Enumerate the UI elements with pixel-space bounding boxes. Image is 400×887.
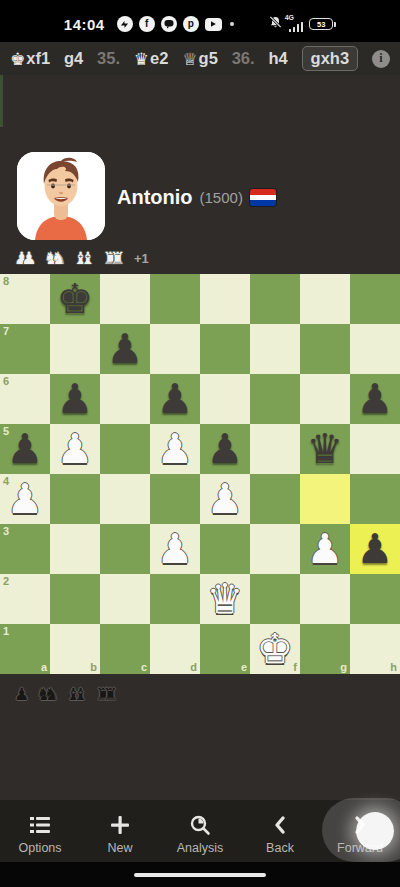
material-advantage: +1 (134, 251, 149, 266)
captured-knights-icon: ♞♞ (44, 248, 67, 268)
file-label-g: g (340, 661, 347, 673)
player-rating: (1500) (200, 189, 243, 206)
square-d8[interactable] (150, 274, 200, 324)
square-a3[interactable]: 3 (0, 524, 50, 574)
square-d5[interactable]: ♟ (150, 424, 200, 474)
square-g6[interactable] (300, 374, 350, 424)
square-h2[interactable] (350, 574, 400, 624)
status-bar: 14:04 f p (0, 0, 400, 42)
square-g8[interactable] (300, 274, 350, 324)
square-c3[interactable] (100, 524, 150, 574)
move-current[interactable]: gxh3 (302, 46, 359, 71)
rank-label-4: 4 (3, 475, 9, 487)
bottom-nav-bar: OptionsNewAnalysisBackForward (0, 800, 400, 887)
square-g3[interactable]: ♟ (300, 524, 350, 574)
white-king-figurine-icon: ♚ (10, 49, 25, 69)
move-list-bar: ♚xf1g435.♛e2♕g536.h4gxh3i (0, 42, 400, 75)
square-a5[interactable]: 5♟ (0, 424, 50, 474)
square-h7[interactable] (350, 324, 400, 374)
square-b1[interactable]: b (50, 624, 100, 674)
move-item[interactable]: 36. (232, 49, 255, 68)
signal-icon: 4G (289, 16, 304, 33)
paraguay-flag-icon (250, 189, 276, 206)
square-b5[interactable]: ♟ (50, 424, 100, 474)
black-pawn-h6[interactable]: ♟ (357, 374, 394, 424)
notification-dot (230, 22, 234, 26)
square-f6[interactable] (250, 374, 300, 424)
black-pawn-b6[interactable]: ♟ (57, 374, 94, 424)
battery-icon: 53 (309, 18, 336, 30)
square-b6[interactable]: ♟ (50, 374, 100, 424)
square-h4[interactable] (350, 474, 400, 524)
square-f5[interactable] (250, 424, 300, 474)
square-g2[interactable] (300, 574, 350, 624)
square-e1[interactable]: e (200, 624, 250, 674)
white-pawn-e4[interactable]: ♟ (207, 474, 244, 524)
black-pawn-h3[interactable]: ♟ (357, 524, 394, 574)
facebook-icon: f (139, 16, 155, 32)
rank-label-7: 7 (3, 325, 9, 337)
square-d4[interactable] (150, 474, 200, 524)
file-label-h: h (390, 661, 397, 673)
rank-label-1: 1 (3, 625, 9, 637)
captured-bishops-icon: ♝♝ (73, 248, 96, 268)
file-label-e: e (241, 661, 247, 673)
square-g5[interactable]: ♛ (300, 424, 350, 474)
player-info[interactable]: Antonio (1500) (117, 186, 276, 209)
square-f1[interactable]: f♚ (250, 624, 300, 674)
gesture-area (0, 862, 400, 887)
black-king-b8[interactable]: ♚ (57, 274, 94, 324)
rank-label-3: 3 (3, 525, 9, 537)
square-a8[interactable]: 8 (0, 274, 50, 324)
square-d6[interactable]: ♟ (150, 374, 200, 424)
chevron-left-icon (272, 814, 288, 836)
move-item[interactable]: 35. (97, 49, 120, 68)
nav-label: New (107, 841, 132, 855)
square-b3[interactable] (50, 524, 100, 574)
square-c2[interactable] (100, 574, 150, 624)
file-label-d: d (190, 661, 197, 673)
square-a1[interactable]: 1a (0, 624, 50, 674)
bell-muted-icon (268, 15, 283, 34)
square-e6[interactable] (200, 374, 250, 424)
square-d1[interactable]: d (150, 624, 200, 674)
square-c8[interactable] (100, 274, 150, 324)
square-e2[interactable]: ♛ (200, 574, 250, 624)
file-label-a: a (41, 661, 47, 673)
square-b8[interactable]: ♚ (50, 274, 100, 324)
white-pawn-g3[interactable]: ♟ (307, 524, 344, 574)
square-f3[interactable] (250, 524, 300, 574)
black-pawn-c7[interactable]: ♟ (107, 324, 144, 374)
square-e8[interactable] (200, 274, 250, 324)
captured-rooks-icon: ♜♜ (103, 248, 126, 268)
status-right-icons: 4G 53 (268, 15, 337, 34)
square-h8[interactable] (350, 274, 400, 324)
nav-analysis-button[interactable]: Analysis (160, 800, 240, 862)
square-f7[interactable] (250, 324, 300, 374)
square-a7[interactable]: 7 (0, 324, 50, 374)
nav-back-button[interactable]: Back (240, 800, 320, 862)
rank-label-8: 8 (3, 275, 9, 287)
analysis-magnifier-icon (189, 814, 211, 836)
messenger-icon (117, 16, 133, 32)
black-queen-g5[interactable]: ♛ (307, 424, 344, 474)
black-queen-figurine-icon: ♕ (182, 49, 197, 69)
player-name: Antonio (117, 186, 193, 209)
white-pawn-a4[interactable]: ♟ (7, 474, 44, 524)
square-f4[interactable] (250, 474, 300, 524)
square-e5[interactable]: ♟ (200, 424, 250, 474)
captured-bishops-icon: ♝♝ (66, 684, 89, 704)
square-b7[interactable] (50, 324, 100, 374)
square-g1[interactable]: g (300, 624, 350, 674)
plus-icon (109, 814, 131, 836)
square-g4[interactable] (300, 474, 350, 524)
file-label-c: c (141, 661, 147, 673)
square-e7[interactable] (200, 324, 250, 374)
square-c5[interactable] (100, 424, 150, 474)
square-b4[interactable] (50, 474, 100, 524)
square-c4[interactable] (100, 474, 150, 524)
rank-label-6: 6 (3, 375, 9, 387)
notification-app-icons: f p (117, 16, 234, 32)
white-pawn-d5[interactable]: ♟ (157, 424, 194, 474)
captured-knights-icon: ♞♞ (36, 684, 59, 704)
square-c1[interactable]: c (100, 624, 150, 674)
square-c7[interactable]: ♟ (100, 324, 150, 374)
nav-items: OptionsNewAnalysisBackForward (0, 800, 400, 862)
white-pawn-d3[interactable]: ♟ (157, 524, 194, 574)
square-f8[interactable] (250, 274, 300, 324)
white-queen-e2[interactable]: ♛ (207, 574, 244, 624)
move-item[interactable]: ♕g5 (182, 49, 218, 69)
square-d3[interactable]: ♟ (150, 524, 200, 574)
menu-list-icon (28, 814, 52, 836)
nav-new-button[interactable]: New (80, 800, 160, 862)
square-e3[interactable] (200, 524, 250, 574)
avatar[interactable] (17, 152, 105, 240)
info-icon[interactable]: i (372, 50, 390, 68)
captured-pieces-top: ♟♟♞♞♝♝♜♜+1 (14, 247, 149, 269)
captured-pawns-icon: ♟ (14, 684, 29, 704)
black-pawn-a5[interactable]: ♟ (7, 424, 44, 474)
rank-label-5: 5 (3, 425, 9, 437)
square-g7[interactable] (300, 324, 350, 374)
white-pawn-b5[interactable]: ♟ (57, 424, 94, 474)
square-h6[interactable]: ♟ (350, 374, 400, 424)
captured-rooks-icon: ♜♜ (95, 684, 118, 704)
nav-options-button[interactable]: Options (0, 800, 80, 862)
move-item[interactable]: h4 (268, 49, 287, 68)
square-h1[interactable]: h (350, 624, 400, 674)
move-item[interactable]: ♛e2 (134, 49, 169, 69)
white-king-f1[interactable]: ♚ (257, 624, 294, 674)
clock-time: 14:04 (64, 16, 105, 33)
captured-pieces-bottom: ♟♞♞♝♝♜♜ (14, 683, 118, 705)
nav-label: Analysis (177, 841, 224, 855)
square-h5[interactable] (350, 424, 400, 474)
screen-edge-artifact (0, 75, 3, 127)
nav-label: Options (18, 841, 61, 855)
network-type-label: 4G (285, 14, 294, 21)
square-h3[interactable]: ♟ (350, 524, 400, 574)
square-d2[interactable] (150, 574, 200, 624)
white-queen-figurine-icon: ♛ (134, 49, 149, 69)
line-icon (161, 16, 177, 32)
pinterest-icon: p (183, 16, 199, 32)
file-label-f: f (293, 661, 297, 673)
move-item[interactable]: g4 (64, 49, 83, 68)
chess-board[interactable]: 8♚7♟6♟♟♟5♟♟♟♟♛4♟♟3♟♟♟2♛1abcdef♚gh (0, 274, 400, 674)
move-item[interactable]: ♚xf1 (10, 49, 50, 69)
square-d7[interactable] (150, 324, 200, 374)
square-a6[interactable]: 6 (0, 374, 50, 424)
home-indicator[interactable] (134, 873, 266, 877)
square-f2[interactable] (250, 574, 300, 624)
square-c6[interactable] (100, 374, 150, 424)
chess-app-screen: 14:04 f p (0, 0, 400, 887)
square-a4[interactable]: 4♟ (0, 474, 50, 524)
touch-indicator (356, 812, 394, 850)
file-label-b: b (90, 661, 97, 673)
square-e4[interactable]: ♟ (200, 474, 250, 524)
black-pawn-e5[interactable]: ♟ (207, 424, 244, 474)
youtube-icon (205, 18, 222, 31)
square-b2[interactable] (50, 574, 100, 624)
battery-level: 53 (317, 20, 325, 29)
rank-label-2: 2 (3, 575, 9, 587)
square-a2[interactable]: 2 (0, 574, 50, 624)
black-pawn-d6[interactable]: ♟ (157, 374, 194, 424)
captured-pawns-icon: ♟♟ (14, 248, 37, 268)
nav-label: Back (266, 841, 294, 855)
